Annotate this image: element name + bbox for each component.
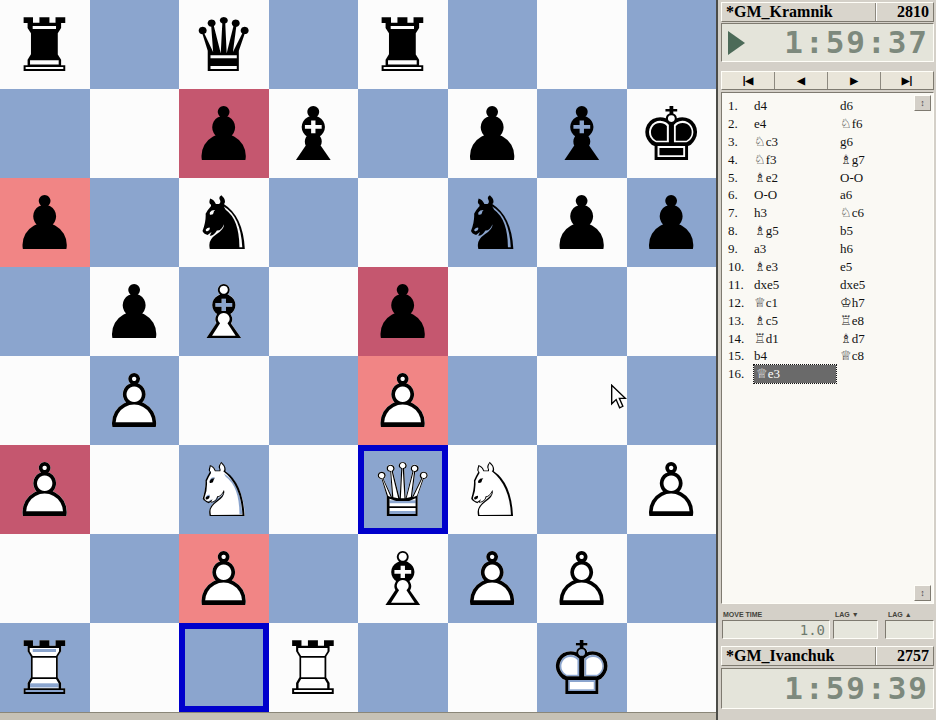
white-move[interactable]: d4: [750, 98, 838, 114]
piece-white-pawn: ♟♙: [179, 534, 269, 623]
move-number: 1.: [722, 98, 750, 114]
bottom-clock-time: 1:59:39: [722, 673, 933, 704]
nav-last-button[interactable]: ▶|: [881, 72, 933, 89]
move-number: 3.: [722, 134, 750, 150]
white-move[interactable]: ♖d1: [750, 331, 838, 347]
square-d2[interactable]: [269, 534, 359, 623]
move-time-label: MOVE TIME: [723, 611, 762, 618]
move-row-14: 14.♖d1♗d7: [722, 330, 933, 348]
square-f2[interactable]: ♟♙: [448, 534, 538, 623]
square-c3[interactable]: ♞♘: [179, 445, 269, 534]
piece-white-pawn: ♟♙: [358, 356, 448, 445]
square-h3[interactable]: ♟♙: [627, 445, 717, 534]
piece-black-pawn: ♟: [358, 267, 448, 356]
lag-down-field: [833, 620, 878, 639]
square-h1[interactable]: [627, 623, 717, 712]
move-number: 13.: [722, 313, 750, 329]
square-f3[interactable]: ♞♘: [448, 445, 538, 534]
square-h4[interactable]: [627, 356, 717, 445]
piece-white-knight: ♞♘: [179, 445, 269, 534]
square-b1[interactable]: [90, 623, 180, 712]
square-a6[interactable]: ♟: [0, 178, 90, 267]
square-e3[interactable]: ♛♕: [358, 445, 448, 534]
chess-board: ♜♛♜♟♝♟♝♚♟♞♞♟♟♟♝♗♟♟♙♟♙♟♙♞♘♛♕♞♘♟♙♟♙♝♗♟♙♟♙♜…: [0, 0, 716, 712]
square-e5[interactable]: ♟: [358, 267, 448, 356]
square-a3[interactable]: ♟♙: [0, 445, 90, 534]
square-a2[interactable]: [0, 534, 90, 623]
square-c6[interactable]: ♞: [179, 178, 269, 267]
move-number: 11.: [722, 277, 750, 293]
square-g7[interactable]: ♝: [537, 89, 627, 178]
movelist-scroll-top-button[interactable]: ↕: [914, 95, 931, 111]
white-move[interactable]: b4: [750, 348, 838, 364]
piece-black-pawn: ♟: [448, 89, 538, 178]
move-row-7: 7.h3♘c6: [722, 204, 933, 222]
chess-app-window: ♜♛♜♟♝♟♝♚♟♞♞♟♟♟♝♗♟♟♙♟♙♟♙♞♘♛♕♞♘♟♙♟♙♝♗♟♙♟♙♜…: [0, 0, 936, 720]
white-move[interactable]: ♗c5: [750, 313, 838, 329]
square-c7[interactable]: ♟: [179, 89, 269, 178]
square-a5[interactable]: [0, 267, 90, 356]
square-f7[interactable]: ♟: [448, 89, 538, 178]
square-h7[interactable]: ♚: [627, 89, 717, 178]
black-move[interactable]: a6: [838, 187, 933, 203]
piece-black-queen: ♛: [179, 0, 269, 89]
square-a4[interactable]: [0, 356, 90, 445]
square-c1[interactable]: [179, 623, 269, 712]
white-move[interactable]: ♕e3: [750, 365, 838, 383]
piece-white-pawn: ♟♙: [90, 356, 180, 445]
bottom-player-name: *GM_Ivanchuk: [722, 647, 875, 665]
square-e6[interactable]: [358, 178, 448, 267]
square-h5[interactable]: [627, 267, 717, 356]
square-b4[interactable]: ♟♙: [90, 356, 180, 445]
square-h2[interactable]: [627, 534, 717, 623]
move-row-8: 8.♗g5b5: [722, 222, 933, 240]
piece-black-bishop: ♝: [537, 89, 627, 178]
lag-up-field: [885, 620, 934, 639]
move-number: 9.: [722, 241, 750, 257]
to-move-indicator-icon: [728, 31, 745, 55]
square-a1[interactable]: ♜♖: [0, 623, 90, 712]
piece-black-pawn: ♟: [627, 178, 717, 267]
move-number: 4.: [722, 152, 750, 168]
move-number: 8.: [722, 223, 750, 239]
move-time-field[interactable]: 1.0: [722, 620, 830, 639]
square-d7[interactable]: ♝: [269, 89, 359, 178]
move-number: 10.: [722, 259, 750, 275]
piece-white-bishop: ♝♗: [179, 267, 269, 356]
move-row-1: 1.d4d6: [722, 97, 933, 115]
move-row-10: 10.♗e3e5: [722, 258, 933, 276]
move-row-6: 6.O-Oa6: [722, 186, 933, 204]
piece-white-pawn: ♟♙: [537, 534, 627, 623]
square-g2[interactable]: ♟♙: [537, 534, 627, 623]
piece-white-king: ♚♔: [537, 623, 627, 712]
white-move[interactable]: ♗e2: [750, 170, 838, 186]
square-g5[interactable]: [537, 267, 627, 356]
nav-back-button[interactable]: ◀: [775, 72, 828, 89]
top-clock-time: 1:59:37: [745, 27, 933, 58]
bottom-player-rating: 2757: [877, 647, 933, 665]
move-row-12: 12.♕c1♔h7: [722, 294, 933, 312]
square-b5[interactable]: ♟: [90, 267, 180, 356]
black-move[interactable]: O-O: [838, 170, 933, 186]
piece-black-pawn: ♟: [90, 267, 180, 356]
square-d1[interactable]: ♜♖: [269, 623, 359, 712]
square-h6[interactable]: ♟: [627, 178, 717, 267]
square-e2[interactable]: ♝♗: [358, 534, 448, 623]
white-move[interactable]: ♗e3: [750, 259, 838, 275]
square-h8[interactable]: [627, 0, 717, 89]
square-g3[interactable]: [537, 445, 627, 534]
piece-white-pawn: ♟♙: [0, 445, 90, 534]
black-move[interactable]: ♗g7: [838, 152, 933, 168]
move-row-16: 16.♕e3: [722, 365, 933, 383]
move-navigation-bar: |◀ ◀ ▶ ▶|: [721, 71, 934, 90]
square-g6[interactable]: ♟: [537, 178, 627, 267]
square-d4[interactable]: [269, 356, 359, 445]
square-f5[interactable]: [448, 267, 538, 356]
white-move[interactable]: ♗g5: [750, 223, 838, 239]
white-move[interactable]: a3: [750, 241, 838, 257]
square-b7[interactable]: [90, 89, 180, 178]
square-f4[interactable]: [448, 356, 538, 445]
black-move[interactable]: dxe5: [838, 277, 933, 293]
piece-black-rook: ♜: [358, 0, 448, 89]
game-info-panel: *GM_Kramnik 2810 1:59:37 |◀ ◀ ▶ ▶| 1.d4d…: [716, 0, 936, 720]
mouse-cursor: [610, 384, 627, 410]
board-bottom-strip: [0, 712, 716, 720]
white-move[interactable]: ♕c1: [750, 295, 838, 311]
move-rows: 1.d4d62.e4♘f63.♘c3g64.♘f3♗g75.♗e2O-O6.O-…: [722, 97, 933, 383]
square-b3[interactable]: [90, 445, 180, 534]
square-b8[interactable]: [90, 0, 180, 89]
square-d6[interactable]: [269, 178, 359, 267]
move-row-4: 4.♘f3♗g7: [722, 151, 933, 169]
square-e1[interactable]: [358, 623, 448, 712]
square-e7[interactable]: [358, 89, 448, 178]
square-c8[interactable]: ♛: [179, 0, 269, 89]
bottom-player-clock: 1:59:39: [721, 668, 934, 709]
move-row-3: 3.♘c3g6: [722, 133, 933, 151]
piece-white-pawn: ♟♙: [627, 445, 717, 534]
square-d3[interactable]: [269, 445, 359, 534]
white-move[interactable]: O-O: [750, 187, 838, 203]
white-move[interactable]: e4: [750, 116, 838, 132]
bottom-player-bar: *GM_Ivanchuk 2757: [721, 646, 934, 666]
square-b6[interactable]: [90, 178, 180, 267]
movelist-scroll-bottom-button[interactable]: ↕: [914, 585, 931, 601]
move-number: 12.: [722, 295, 750, 311]
move-row-5: 5.♗e2O-O: [722, 169, 933, 187]
black-move[interactable]: ♗d7: [838, 331, 933, 347]
black-move[interactable]: ♔h7: [838, 295, 933, 311]
move-number: 5.: [722, 170, 750, 186]
piece-black-knight: ♞: [448, 178, 538, 267]
square-e4[interactable]: ♟♙: [358, 356, 448, 445]
black-move[interactable]: h6: [838, 241, 933, 257]
piece-black-pawn: ♟: [537, 178, 627, 267]
top-player-bar: *GM_Kramnik 2810: [721, 2, 934, 22]
nav-first-button[interactable]: |◀: [722, 72, 775, 89]
black-move[interactable]: g6: [838, 134, 933, 150]
square-g8[interactable]: [537, 0, 627, 89]
move-number: 2.: [722, 116, 750, 132]
square-f8[interactable]: [448, 0, 538, 89]
black-move[interactable]: ♘c6: [838, 205, 933, 221]
piece-black-rook: ♜: [0, 0, 90, 89]
white-move[interactable]: ♘c3: [750, 134, 838, 150]
piece-white-knight: ♞♘: [448, 445, 538, 534]
white-move[interactable]: ♘f3: [750, 152, 838, 168]
lag-up-label: LAG ▲: [888, 611, 912, 618]
move-list[interactable]: 1.d4d62.e4♘f63.♘c3g64.♘f3♗g75.♗e2O-O6.O-…: [721, 92, 934, 604]
square-d5[interactable]: [269, 267, 359, 356]
top-player-clock: 1:59:37: [721, 23, 934, 62]
square-c4[interactable]: [179, 356, 269, 445]
piece-black-bishop: ♝: [269, 89, 359, 178]
top-player-name: *GM_Kramnik: [722, 3, 875, 21]
square-f1[interactable]: [448, 623, 538, 712]
square-e8[interactable]: ♜: [358, 0, 448, 89]
move-row-2: 2.e4♘f6: [722, 115, 933, 133]
square-d8[interactable]: [269, 0, 359, 89]
black-move[interactable]: ♖e8: [838, 313, 933, 329]
square-a8[interactable]: ♜: [0, 0, 90, 89]
black-move[interactable]: b5: [838, 223, 933, 239]
move-number: 7.: [722, 205, 750, 221]
move-row-9: 9.a3h6: [722, 240, 933, 258]
square-g1[interactable]: ♚♔: [537, 623, 627, 712]
piece-white-queen: ♛♕: [358, 445, 448, 534]
black-move[interactable]: ♘f6: [838, 116, 933, 132]
white-move[interactable]: h3: [750, 205, 838, 221]
piece-white-bishop: ♝♗: [358, 534, 448, 623]
move-row-13: 13.♗c5♖e8: [722, 312, 933, 330]
square-b2[interactable]: [90, 534, 180, 623]
piece-black-knight: ♞: [179, 178, 269, 267]
piece-white-rook: ♜♖: [0, 623, 90, 712]
square-f6[interactable]: ♞: [448, 178, 538, 267]
square-c2[interactable]: ♟♙: [179, 534, 269, 623]
selected-move[interactable]: ♕e3: [754, 365, 836, 383]
piece-black-pawn: ♟: [0, 178, 90, 267]
piece-white-pawn: ♟♙: [448, 534, 538, 623]
white-move[interactable]: dxe5: [750, 277, 838, 293]
move-number: 15.: [722, 348, 750, 364]
black-move[interactable]: e5: [838, 259, 933, 275]
square-c5[interactable]: ♝♗: [179, 267, 269, 356]
move-number: 16.: [722, 366, 750, 382]
nav-forward-button[interactable]: ▶: [828, 72, 881, 89]
piece-black-pawn: ♟: [179, 89, 269, 178]
move-number: 14.: [722, 331, 750, 347]
square-a7[interactable]: [0, 89, 90, 178]
black-move[interactable]: ♕c8: [838, 348, 933, 364]
status-labels: MOVE TIME LAG ▼ LAG ▲: [722, 611, 936, 619]
move-row-15: 15.b4♕c8: [722, 347, 933, 365]
top-player-rating: 2810: [877, 3, 933, 21]
lag-down-label: LAG ▼: [835, 611, 859, 618]
piece-white-rook: ♜♖: [269, 623, 359, 712]
move-row-11: 11.dxe5dxe5: [722, 276, 933, 294]
move-number: 6.: [722, 187, 750, 203]
piece-black-king: ♚: [627, 89, 717, 178]
